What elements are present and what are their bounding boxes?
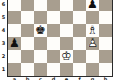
rank-label: 4 <box>0 24 7 37</box>
square-d1[interactable] <box>47 63 60 76</box>
white-pawn[interactable]: ♟♙ <box>86 37 99 50</box>
square-e4[interactable] <box>60 24 73 37</box>
rank-label: 1 <box>0 63 7 76</box>
piece-glyph: ♟ <box>8 37 21 50</box>
file-label: b <box>21 77 34 81</box>
square-e5[interactable] <box>60 11 73 24</box>
square-h1[interactable] <box>99 63 112 76</box>
square-b5[interactable] <box>21 11 34 24</box>
black-king[interactable]: ♚ <box>34 24 47 37</box>
piece-glyph: ♔ <box>60 50 73 63</box>
square-g1[interactable] <box>86 63 99 76</box>
square-f2[interactable] <box>73 50 86 63</box>
chess-diagram: 654321 ♟♚♝♗♟♟♙♚♔ abcdefgh <box>0 0 120 80</box>
square-d3[interactable] <box>47 37 60 50</box>
square-a1[interactable] <box>8 63 21 76</box>
file-label: h <box>99 77 112 81</box>
file-labels: abcdefgh <box>8 77 112 81</box>
square-h4[interactable] <box>99 24 112 37</box>
square-b2[interactable] <box>21 50 34 63</box>
square-a2[interactable] <box>8 50 21 63</box>
square-b6[interactable] <box>21 0 34 11</box>
square-f1[interactable] <box>73 63 86 76</box>
piece-glyph: ♚ <box>34 24 47 37</box>
file-label: c <box>34 77 47 81</box>
chess-board[interactable]: ♟♚♝♗♟♟♙♚♔ <box>7 0 113 77</box>
square-d5[interactable] <box>47 11 60 24</box>
square-c4[interactable]: ♚ <box>34 24 47 37</box>
square-c1[interactable] <box>34 63 47 76</box>
file-label: a <box>8 77 21 81</box>
piece-glyph: ♟ <box>86 0 99 11</box>
square-d4[interactable] <box>47 24 60 37</box>
square-c6[interactable] <box>34 0 47 11</box>
square-f5[interactable] <box>73 11 86 24</box>
file-label: g <box>86 77 99 81</box>
rank-label: 3 <box>0 37 7 50</box>
file-label: d <box>47 77 60 81</box>
square-e6[interactable] <box>60 0 73 11</box>
square-c3[interactable] <box>34 37 47 50</box>
square-a6[interactable] <box>8 0 21 11</box>
square-b3[interactable] <box>21 37 34 50</box>
square-d2[interactable] <box>47 50 60 63</box>
rank-label: 2 <box>0 50 7 63</box>
square-h2[interactable] <box>99 50 112 63</box>
square-e2[interactable]: ♚♔ <box>60 50 73 63</box>
square-g2[interactable] <box>86 50 99 63</box>
square-a5[interactable] <box>8 11 21 24</box>
rank-label: 5 <box>0 11 7 24</box>
black-pawn[interactable]: ♟ <box>86 0 99 11</box>
square-g6[interactable]: ♟ <box>86 0 99 11</box>
square-g3[interactable]: ♟♙ <box>86 37 99 50</box>
piece-glyph: ♙ <box>86 37 99 50</box>
square-b4[interactable] <box>21 24 34 37</box>
square-b1[interactable] <box>21 63 34 76</box>
square-c2[interactable] <box>34 50 47 63</box>
rank-labels: 654321 <box>0 0 7 76</box>
square-h5[interactable] <box>99 11 112 24</box>
rank-label: 6 <box>0 0 7 11</box>
square-h3[interactable] <box>99 37 112 50</box>
square-f3[interactable] <box>73 37 86 50</box>
square-h6[interactable] <box>99 0 112 11</box>
file-label: e <box>60 77 73 81</box>
black-pawn[interactable]: ♟ <box>8 37 21 50</box>
square-f4[interactable] <box>73 24 86 37</box>
file-label: f <box>73 77 86 81</box>
square-a3[interactable]: ♟ <box>8 37 21 50</box>
square-f6[interactable] <box>73 0 86 11</box>
white-king[interactable]: ♚♔ <box>60 50 73 63</box>
square-d6[interactable] <box>47 0 60 11</box>
square-e1[interactable] <box>60 63 73 76</box>
